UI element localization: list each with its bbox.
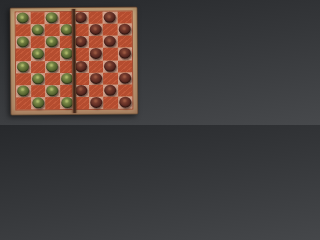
square-a7[interactable] (16, 24, 31, 36)
maroon-piece[interactable] (75, 12, 87, 23)
maroon-piece[interactable] (119, 48, 131, 59)
board-playfield (15, 11, 134, 111)
square-e3[interactable] (74, 73, 89, 85)
green-piece[interactable] (31, 24, 43, 35)
square-a4[interactable] (16, 61, 31, 73)
square-f3[interactable] (89, 72, 104, 84)
green-piece[interactable] (60, 24, 72, 35)
square-b5[interactable] (30, 49, 45, 61)
square-c2[interactable] (45, 85, 60, 97)
square-e7[interactable] (74, 24, 89, 36)
square-f5[interactable] (88, 48, 103, 60)
maroon-piece[interactable] (75, 36, 87, 47)
square-h1[interactable] (118, 96, 133, 108)
square-f6[interactable] (88, 36, 103, 48)
maroon-piece[interactable] (75, 85, 87, 96)
square-f7[interactable] (88, 24, 103, 36)
square-e4[interactable] (74, 60, 89, 72)
square-g5[interactable] (103, 48, 118, 60)
square-b4[interactable] (30, 61, 45, 73)
square-a6[interactable] (16, 37, 31, 49)
square-a5[interactable] (16, 49, 31, 61)
maroon-piece[interactable] (75, 61, 87, 72)
maroon-piece[interactable] (104, 60, 116, 71)
square-g8[interactable] (103, 12, 118, 24)
checkers-board (10, 7, 139, 116)
maroon-piece[interactable] (90, 48, 102, 59)
green-piece[interactable] (32, 97, 44, 108)
square-b1[interactable] (31, 97, 46, 109)
square-e6[interactable] (74, 36, 89, 48)
maroon-piece[interactable] (119, 72, 131, 83)
square-h5[interactable] (117, 48, 132, 60)
square-a2[interactable] (16, 85, 31, 97)
square-g3[interactable] (103, 72, 118, 84)
square-h8[interactable] (117, 12, 132, 24)
square-c3[interactable] (45, 73, 60, 85)
square-h6[interactable] (117, 36, 132, 48)
maroon-piece[interactable] (104, 12, 116, 23)
board-fold-hinge (72, 9, 77, 113)
green-piece[interactable] (46, 36, 58, 47)
square-c6[interactable] (45, 36, 60, 48)
square-h2[interactable] (118, 84, 133, 96)
square-e2[interactable] (74, 85, 89, 97)
green-piece[interactable] (32, 73, 44, 84)
square-c4[interactable] (45, 61, 60, 73)
square-a3[interactable] (16, 73, 31, 85)
square-b6[interactable] (30, 36, 45, 48)
green-piece[interactable] (46, 12, 58, 23)
square-f4[interactable] (88, 60, 103, 72)
green-piece[interactable] (17, 85, 29, 96)
square-c8[interactable] (45, 12, 60, 24)
square-b7[interactable] (30, 24, 45, 36)
square-g6[interactable] (103, 36, 118, 48)
green-piece[interactable] (46, 61, 58, 72)
square-f8[interactable] (88, 12, 103, 24)
green-piece[interactable] (17, 61, 29, 72)
green-piece[interactable] (32, 49, 44, 60)
square-h3[interactable] (118, 72, 133, 84)
square-a8[interactable] (16, 12, 31, 24)
square-g2[interactable] (103, 84, 118, 96)
maroon-piece[interactable] (89, 24, 101, 35)
square-e8[interactable] (74, 12, 89, 24)
maroon-piece[interactable] (104, 85, 116, 96)
square-f1[interactable] (89, 97, 104, 109)
green-piece[interactable] (61, 49, 73, 60)
square-h7[interactable] (117, 24, 132, 36)
square-c1[interactable] (45, 97, 60, 109)
maroon-piece[interactable] (90, 73, 102, 84)
maroon-piece[interactable] (118, 24, 130, 35)
square-g1[interactable] (103, 97, 118, 109)
square-b8[interactable] (30, 12, 45, 24)
square-b2[interactable] (31, 85, 46, 97)
green-piece[interactable] (46, 85, 58, 96)
square-e5[interactable] (74, 48, 89, 60)
square-f2[interactable] (89, 85, 104, 97)
green-piece[interactable] (17, 12, 29, 23)
green-piece[interactable] (17, 37, 29, 48)
maroon-piece[interactable] (90, 97, 102, 108)
square-a1[interactable] (16, 97, 31, 109)
photo-backdrop (0, 0, 148, 125)
maroon-piece[interactable] (104, 36, 116, 47)
square-b3[interactable] (31, 73, 46, 85)
square-g7[interactable] (103, 24, 118, 36)
square-g4[interactable] (103, 60, 118, 72)
square-h4[interactable] (117, 60, 132, 72)
maroon-piece[interactable] (119, 97, 131, 108)
square-c7[interactable] (45, 24, 60, 36)
square-c5[interactable] (45, 48, 60, 60)
square-e1[interactable] (74, 97, 89, 109)
